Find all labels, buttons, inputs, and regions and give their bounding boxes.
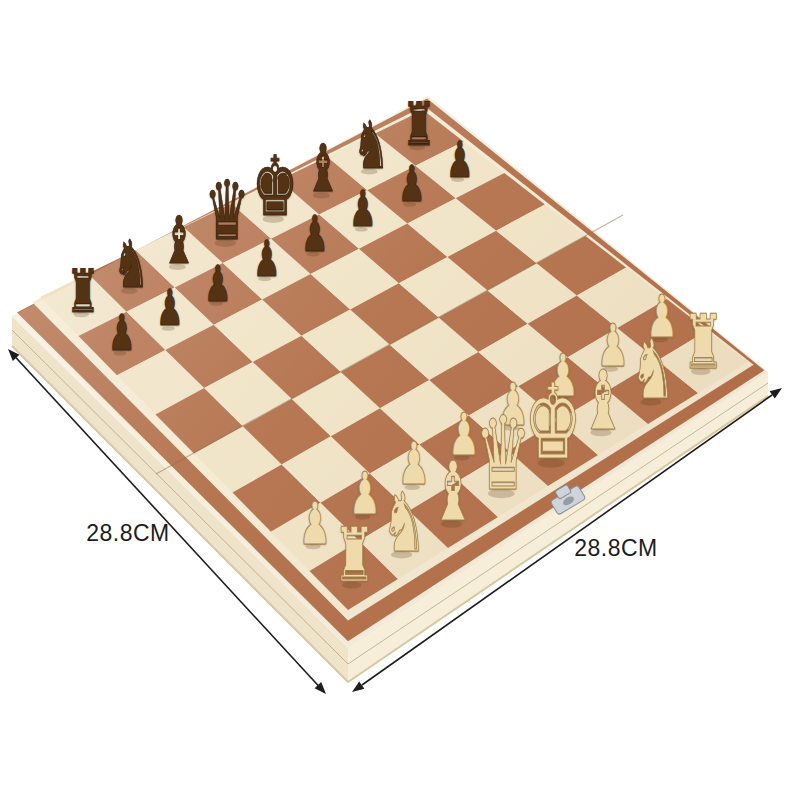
piece-shadow-c8	[169, 264, 186, 270]
product-photo: 28.8CM 28.8CM ♜♞♟♝♟♚♟♛♟♝♟♞♟♜♟♟♟♟♜♟♞♟♝♟♚♟…	[0, 0, 800, 800]
piece-shadow-b1	[391, 551, 412, 558]
piece-shadow-f8	[313, 192, 330, 198]
chessboard	[12, 96, 768, 682]
piece-shadow-a2	[305, 544, 320, 549]
piece-shadow-f1	[590, 429, 611, 436]
piece-shadow-a1	[342, 582, 362, 589]
piece-shadow-c7	[210, 301, 223, 306]
piece-shadow-h7	[451, 177, 464, 182]
piece-shadow-h8	[410, 145, 426, 150]
piece-shadow-c1	[441, 520, 462, 527]
piece-shadow-b7	[162, 326, 175, 331]
board-scene: 28.8CM 28.8CM	[0, 0, 800, 800]
piece-shadow-a7	[113, 351, 126, 356]
piece-shadow-e1	[538, 458, 565, 467]
piece-shadow-b8	[121, 288, 138, 294]
piece-shadow-g7	[403, 202, 416, 207]
piece-shadow-h2	[653, 337, 668, 342]
piece-shadow-e2	[504, 426, 519, 431]
piece-shadow-g8	[361, 169, 378, 175]
piece-shadow-d8	[215, 239, 236, 246]
piece-shadow-g2	[603, 366, 618, 371]
piece-shadow-f7	[355, 227, 368, 232]
piece-shadow-d2	[454, 455, 469, 460]
board-sheen	[12, 96, 768, 648]
piece-shadow-d1	[488, 489, 515, 498]
piece-shadow-g1	[640, 398, 661, 405]
piece-shadow-c2	[405, 485, 420, 490]
piece-shadow-e7	[307, 252, 320, 257]
dimension-label-bottom: 28.8CM	[574, 535, 658, 561]
piece-shadow-d7	[258, 277, 271, 282]
piece-shadow-h1	[691, 368, 711, 375]
piece-shadow-e8	[263, 216, 285, 223]
piece-shadow-f2	[553, 396, 568, 401]
piece-shadow-b2	[355, 514, 370, 519]
bottom-arrowhead-left	[352, 681, 364, 692]
bottom-arrowhead-right	[770, 388, 782, 399]
dimension-label-left: 28.8CM	[86, 520, 170, 546]
piece-shadow-a8	[74, 312, 90, 317]
